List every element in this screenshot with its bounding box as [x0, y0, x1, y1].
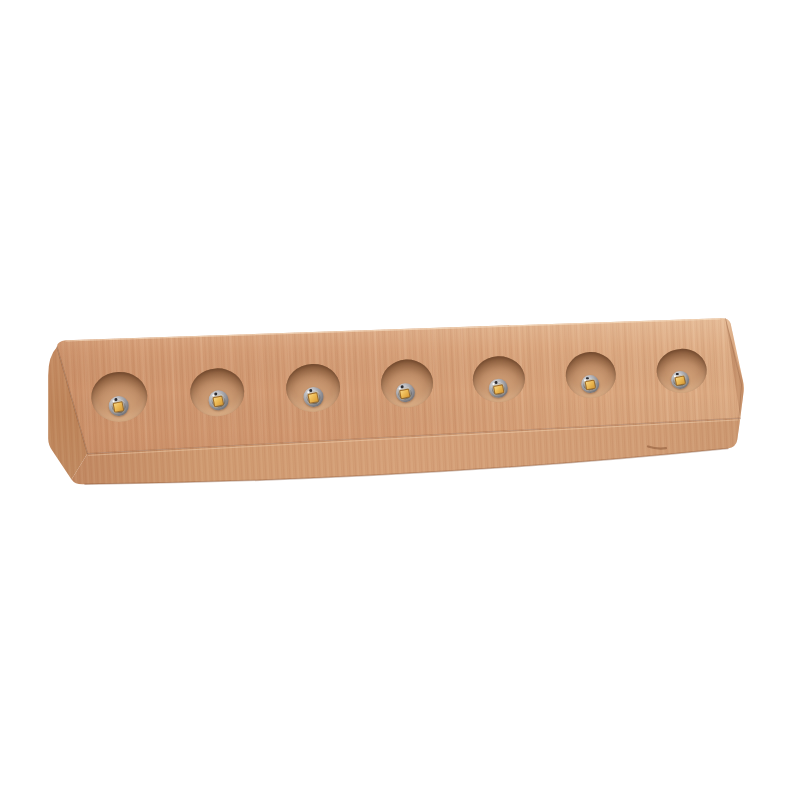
- led-chip: [584, 380, 595, 390]
- pit-hole: [285, 363, 341, 413]
- led-speck: [494, 381, 497, 384]
- pit-hole: [655, 348, 707, 394]
- pit-hole: [564, 351, 616, 399]
- pit-cell-4[interactable]: [358, 336, 455, 432]
- pit-hole: [189, 367, 245, 417]
- led-chip: [112, 401, 124, 412]
- pit-cell-1[interactable]: [67, 349, 170, 445]
- pit-hole: [472, 355, 526, 403]
- led-chip: [399, 388, 411, 399]
- led-glint: [492, 383, 494, 385]
- led-module: [488, 378, 508, 398]
- led-chip: [212, 395, 224, 406]
- led-chip: [492, 384, 504, 395]
- pit-cell-3[interactable]: [263, 340, 362, 436]
- led-speck: [401, 385, 404, 388]
- led-module: [395, 383, 415, 403]
- pit-hole: [90, 371, 148, 424]
- led-module: [208, 390, 229, 411]
- led-module: [580, 375, 599, 394]
- led-glint: [399, 388, 401, 390]
- pit-cell-7[interactable]: [634, 323, 729, 419]
- led-module: [108, 396, 129, 417]
- pit-cell-6[interactable]: [543, 327, 638, 423]
- product-photo-stage: [0, 0, 800, 800]
- led-module: [670, 371, 689, 390]
- pit-hole: [379, 358, 433, 408]
- pit-cell-2[interactable]: [166, 344, 267, 440]
- pit-cell-5[interactable]: [451, 331, 547, 427]
- led-chip: [307, 392, 319, 403]
- led-chip: [674, 375, 685, 385]
- led-module: [303, 386, 324, 407]
